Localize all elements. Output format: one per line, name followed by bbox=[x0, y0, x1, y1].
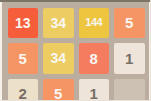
page-right-edge bbox=[149, 1, 151, 100]
window-top-edge bbox=[0, 0, 150, 2]
game-board[interactable]: 1334144553481251 bbox=[0, 2, 145, 100]
game-screen: 1334144553481251 bbox=[0, 0, 150, 100]
tile-34: 34 bbox=[43, 43, 74, 74]
tile-5: 5 bbox=[114, 8, 145, 39]
tile-8: 8 bbox=[79, 43, 110, 74]
page-left-edge bbox=[0, 1, 2, 100]
tile-34: 34 bbox=[43, 8, 74, 39]
tile-13: 13 bbox=[8, 8, 39, 39]
tile-144: 144 bbox=[79, 8, 110, 39]
tile-1: 1 bbox=[114, 43, 145, 74]
empty-cell bbox=[114, 79, 145, 101]
tile-5: 5 bbox=[8, 43, 39, 74]
tile-1: 1 bbox=[79, 79, 110, 101]
tile-5: 5 bbox=[43, 79, 74, 101]
tile-2: 2 bbox=[8, 79, 39, 101]
